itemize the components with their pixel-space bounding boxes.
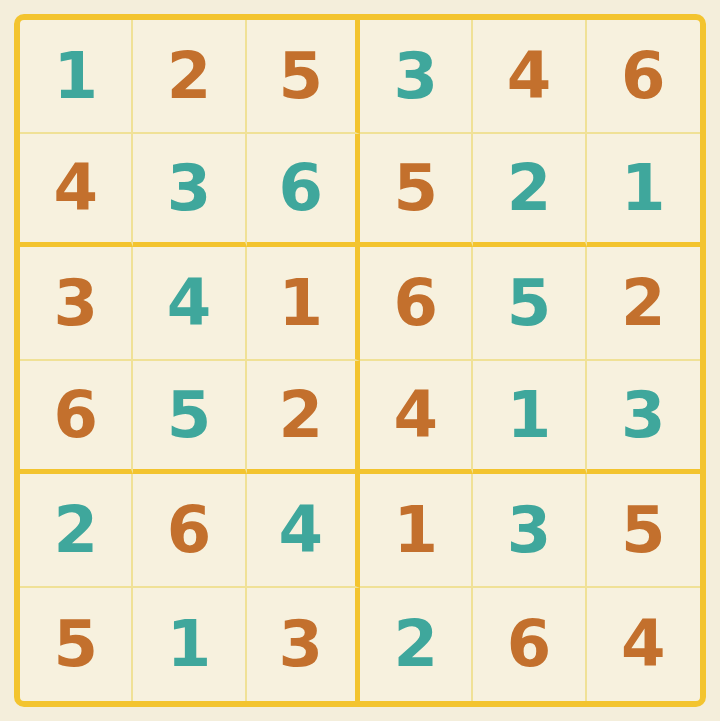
cell-r3c5[interactable]: 5 [473,247,586,361]
cell-r2c3[interactable]: 6 [247,134,360,248]
cell-r3c2[interactable]: 4 [133,247,246,361]
cell-r1c5[interactable]: 4 [473,20,586,134]
cell-r6c6[interactable]: 4 [587,588,700,702]
cell-r6c3[interactable]: 3 [247,588,360,702]
cell-r2c6[interactable]: 1 [587,134,700,248]
cell-r1c1[interactable]: 1 [20,20,133,134]
cell-r4c2[interactable]: 5 [133,361,246,475]
cell-r3c4[interactable]: 6 [360,247,473,361]
cell-r1c4[interactable]: 3 [360,20,473,134]
cell-r2c1[interactable]: 4 [20,134,133,248]
cell-r1c3[interactable]: 5 [247,20,360,134]
cell-r5c4[interactable]: 1 [360,474,473,588]
cell-r5c2[interactable]: 6 [133,474,246,588]
cell-r4c3[interactable]: 2 [247,361,360,475]
cell-r5c1[interactable]: 2 [20,474,133,588]
cell-r3c1[interactable]: 3 [20,247,133,361]
cell-r5c5[interactable]: 3 [473,474,586,588]
cell-r5c6[interactable]: 5 [587,474,700,588]
cell-r6c4[interactable]: 2 [360,588,473,702]
cell-r5c3[interactable]: 4 [247,474,360,588]
cell-r6c1[interactable]: 5 [20,588,133,702]
cell-r4c5[interactable]: 1 [473,361,586,475]
cell-r2c4[interactable]: 5 [360,134,473,248]
cell-r3c6[interactable]: 2 [587,247,700,361]
cell-r2c5[interactable]: 2 [473,134,586,248]
cell-r4c1[interactable]: 6 [20,361,133,475]
cell-r6c2[interactable]: 1 [133,588,246,702]
cell-r2c2[interactable]: 3 [133,134,246,248]
sudoku-board: 125346436521341652652413264135513264 [14,14,706,707]
cell-r4c4[interactable]: 4 [360,361,473,475]
cell-r1c2[interactable]: 2 [133,20,246,134]
cell-r1c6[interactable]: 6 [587,20,700,134]
cell-r6c5[interactable]: 6 [473,588,586,702]
cell-r4c6[interactable]: 3 [587,361,700,475]
cell-r3c3[interactable]: 1 [247,247,360,361]
